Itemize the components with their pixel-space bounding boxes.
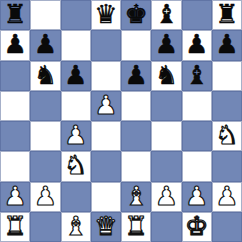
square-c8[interactable] — [61, 0, 91, 30]
square-e1[interactable]: ♜ — [121, 212, 151, 242]
piece-black-pawn[interactable]: ♟ — [124, 62, 147, 88]
square-d6[interactable] — [91, 61, 121, 91]
piece-black-pawn[interactable]: ♟ — [3, 31, 26, 57]
square-f1[interactable] — [151, 212, 181, 242]
square-e8[interactable]: ♚ — [121, 0, 151, 30]
square-a2[interactable]: ♟ — [0, 182, 30, 212]
square-c6[interactable]: ♟ — [61, 61, 91, 91]
piece-black-bishop[interactable]: ♝ — [185, 62, 208, 88]
square-a7[interactable]: ♟ — [0, 30, 30, 60]
square-c3[interactable]: ♞ — [61, 151, 91, 181]
square-f8[interactable]: ♝ — [151, 0, 181, 30]
square-g5[interactable] — [182, 91, 212, 121]
piece-white-bishop[interactable]: ♝ — [64, 213, 87, 239]
square-c5[interactable] — [61, 91, 91, 121]
piece-white-rook[interactable]: ♜ — [124, 213, 147, 239]
square-b5[interactable] — [30, 91, 60, 121]
piece-black-pawn[interactable]: ♟ — [215, 31, 238, 57]
piece-white-king[interactable]: ♚ — [185, 213, 208, 239]
square-c4[interactable]: ♟ — [61, 121, 91, 151]
square-g2[interactable]: ♟ — [182, 182, 212, 212]
piece-black-pawn[interactable]: ♟ — [64, 62, 87, 88]
piece-white-pawn[interactable]: ♟ — [64, 122, 87, 148]
square-a1[interactable]: ♜ — [0, 212, 30, 242]
piece-white-pawn[interactable]: ♟ — [215, 183, 238, 209]
square-b4[interactable] — [30, 121, 60, 151]
chess-board: ♜♛♚♝♜♟♟♟♟♟♞♟♟♞♝♟♟♞♞♟♟♝♟♟♟♜♝♛♜♚ — [0, 0, 242, 242]
square-d1[interactable]: ♛ — [91, 212, 121, 242]
square-e5[interactable] — [121, 91, 151, 121]
square-g7[interactable]: ♟ — [182, 30, 212, 60]
square-h1[interactable] — [212, 212, 242, 242]
square-h3[interactable] — [212, 151, 242, 181]
square-h7[interactable]: ♟ — [212, 30, 242, 60]
square-c1[interactable]: ♝ — [61, 212, 91, 242]
piece-black-bishop[interactable]: ♝ — [155, 1, 178, 27]
piece-black-king[interactable]: ♚ — [124, 1, 147, 27]
square-b1[interactable] — [30, 212, 60, 242]
square-a3[interactable] — [0, 151, 30, 181]
square-e7[interactable] — [121, 30, 151, 60]
square-e2[interactable]: ♝ — [121, 182, 151, 212]
square-h8[interactable]: ♜ — [212, 0, 242, 30]
square-f5[interactable] — [151, 91, 181, 121]
square-c7[interactable] — [61, 30, 91, 60]
piece-white-pawn[interactable]: ♟ — [34, 183, 57, 209]
square-d2[interactable] — [91, 182, 121, 212]
piece-white-queen[interactable]: ♛ — [94, 213, 117, 239]
square-d7[interactable] — [91, 30, 121, 60]
piece-white-knight[interactable]: ♞ — [215, 122, 238, 148]
square-g3[interactable] — [182, 151, 212, 181]
piece-white-rook[interactable]: ♜ — [3, 213, 26, 239]
square-a8[interactable]: ♜ — [0, 0, 30, 30]
square-f7[interactable]: ♟ — [151, 30, 181, 60]
piece-black-rook[interactable]: ♜ — [3, 1, 26, 27]
square-e3[interactable] — [121, 151, 151, 181]
piece-white-pawn[interactable]: ♟ — [94, 92, 117, 118]
square-g8[interactable] — [182, 0, 212, 30]
square-a6[interactable] — [0, 61, 30, 91]
piece-black-knight[interactable]: ♞ — [155, 62, 178, 88]
piece-black-knight[interactable]: ♞ — [34, 62, 57, 88]
square-g4[interactable] — [182, 121, 212, 151]
piece-white-pawn[interactable]: ♟ — [3, 183, 26, 209]
square-d3[interactable] — [91, 151, 121, 181]
piece-black-rook[interactable]: ♜ — [215, 1, 238, 27]
square-d8[interactable]: ♛ — [91, 0, 121, 30]
piece-white-pawn[interactable]: ♟ — [185, 183, 208, 209]
piece-black-pawn[interactable]: ♟ — [155, 31, 178, 57]
piece-white-knight[interactable]: ♞ — [64, 152, 87, 178]
square-b2[interactable]: ♟ — [30, 182, 60, 212]
square-h6[interactable] — [212, 61, 242, 91]
square-f3[interactable] — [151, 151, 181, 181]
square-b7[interactable]: ♟ — [30, 30, 60, 60]
square-f2[interactable]: ♟ — [151, 182, 181, 212]
piece-black-queen[interactable]: ♛ — [94, 1, 117, 27]
square-h4[interactable]: ♞ — [212, 121, 242, 151]
piece-white-bishop[interactable]: ♝ — [124, 183, 147, 209]
square-e6[interactable]: ♟ — [121, 61, 151, 91]
piece-white-pawn[interactable]: ♟ — [155, 183, 178, 209]
square-f4[interactable] — [151, 121, 181, 151]
square-h5[interactable] — [212, 91, 242, 121]
square-e4[interactable] — [121, 121, 151, 151]
square-d5[interactable]: ♟ — [91, 91, 121, 121]
square-b3[interactable] — [30, 151, 60, 181]
square-f6[interactable]: ♞ — [151, 61, 181, 91]
square-g1[interactable]: ♚ — [182, 212, 212, 242]
square-h2[interactable]: ♟ — [212, 182, 242, 212]
square-b6[interactable]: ♞ — [30, 61, 60, 91]
square-d4[interactable] — [91, 121, 121, 151]
square-b8[interactable] — [30, 0, 60, 30]
square-a5[interactable] — [0, 91, 30, 121]
piece-black-pawn[interactable]: ♟ — [34, 31, 57, 57]
piece-black-pawn[interactable]: ♟ — [185, 31, 208, 57]
square-c2[interactable] — [61, 182, 91, 212]
square-g6[interactable]: ♝ — [182, 61, 212, 91]
square-a4[interactable] — [0, 121, 30, 151]
